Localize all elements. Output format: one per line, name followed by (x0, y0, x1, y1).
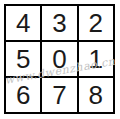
tile-r0c0[interactable]: 4 (6, 6, 40, 40)
tile-r0c2[interactable]: 2 (79, 6, 113, 40)
tile-r0c1[interactable]: 3 (42, 6, 76, 40)
tile-r1c0[interactable]: 5 (6, 42, 40, 76)
tile-r2c0[interactable]: 6 (6, 78, 40, 112)
tile-r2c1[interactable]: 7 (42, 78, 76, 112)
tile-r1c2[interactable]: 1 (79, 42, 113, 76)
tile-r2c2[interactable]: 8 (79, 78, 113, 112)
puzzle-screenshot: 432501678 www.dwenzhao.cn (0, 0, 120, 119)
puzzle-board: 432501678 (4, 4, 115, 114)
tile-r1c1[interactable]: 0 (42, 42, 76, 76)
